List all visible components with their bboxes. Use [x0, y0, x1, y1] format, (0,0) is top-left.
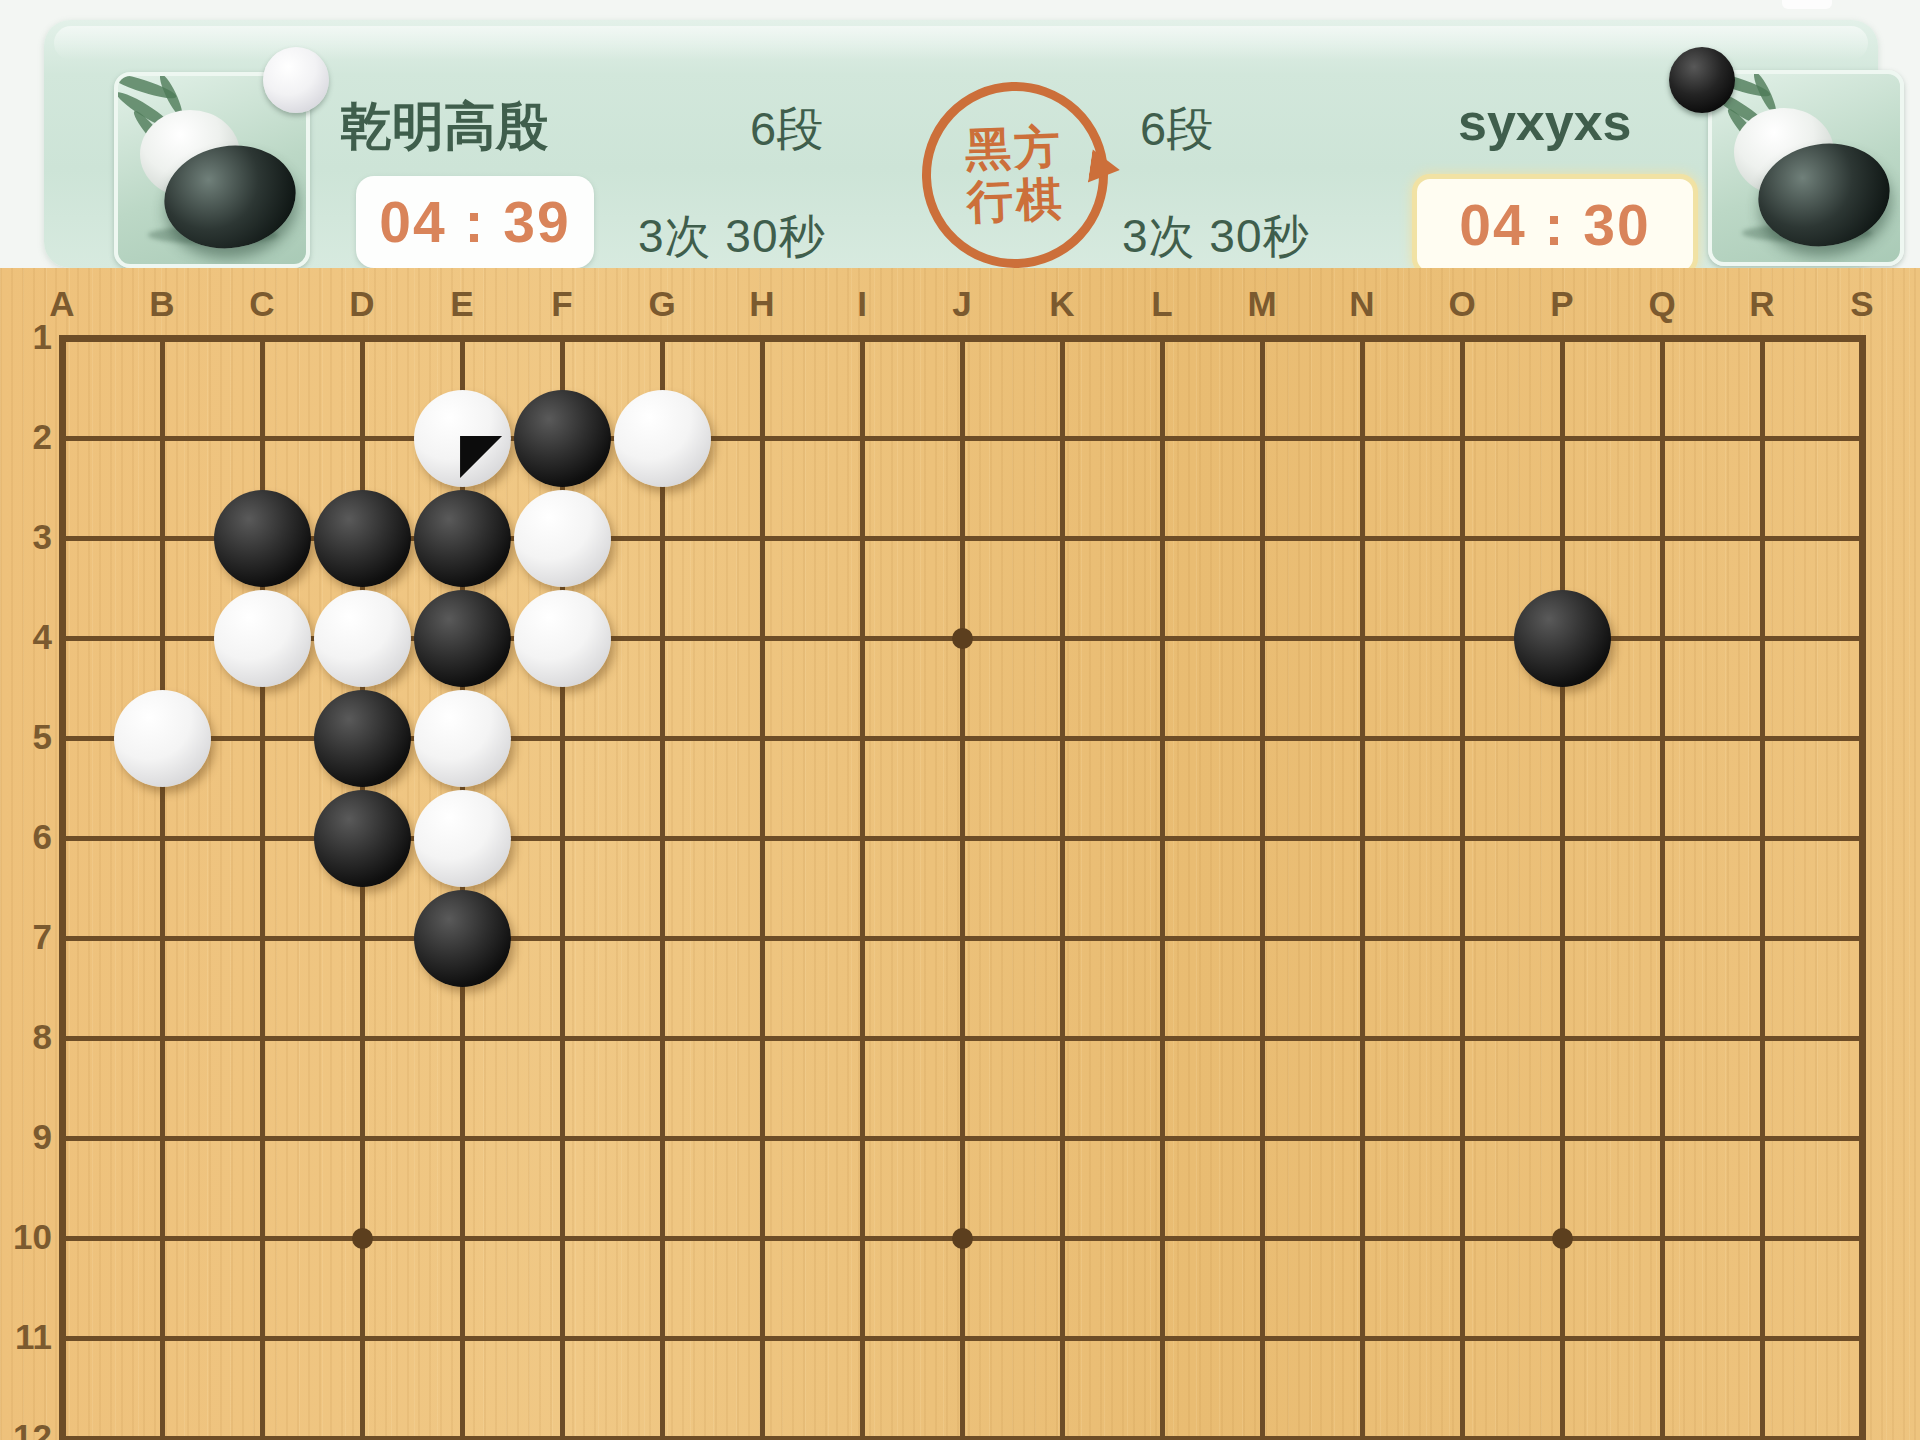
stone-black-E3: [414, 490, 511, 587]
stone-black-D6: [314, 790, 411, 887]
col-label-N: N: [1337, 284, 1387, 324]
grid-vline: [160, 335, 165, 1440]
row-label-3: 3: [4, 517, 52, 557]
go-board[interactable]: ABCDEFGHIJKLMNOPQRS123456789101112: [0, 268, 1920, 1440]
right-player-timer: 04 : 30: [1412, 174, 1698, 276]
col-label-E: E: [437, 284, 487, 324]
cutoff-top-button[interactable]: [1782, 0, 1832, 9]
stone-black-C3: [214, 490, 311, 587]
right-player-byoyomi: 3次 30秒: [1122, 206, 1310, 268]
star-point-D10: [352, 1228, 373, 1249]
row-label-8: 8: [4, 1017, 52, 1057]
row-label-10: 10: [4, 1217, 52, 1257]
grid-vline: [1660, 335, 1665, 1440]
col-label-O: O: [1437, 284, 1487, 324]
col-label-C: C: [237, 284, 287, 324]
stone-white-D4: [314, 590, 411, 687]
stone-white-E5: [414, 690, 511, 787]
grid-vline: [1460, 335, 1465, 1440]
col-label-I: I: [837, 284, 887, 324]
col-label-K: K: [1037, 284, 1087, 324]
right-player-name: syxyxs: [1458, 92, 1632, 152]
last-move-marker-icon: [460, 436, 502, 478]
col-label-M: M: [1237, 284, 1287, 324]
turn-indicator-seal: 黑方 行棋: [919, 79, 1111, 271]
left-player-name: 乾明高殷: [340, 92, 548, 162]
col-label-D: D: [337, 284, 387, 324]
col-label-J: J: [937, 284, 987, 324]
seal-line1: 黑方: [964, 122, 1064, 177]
star-point-J10: [952, 1228, 973, 1249]
left-player-byoyomi: 3次 30秒: [638, 206, 826, 268]
grid-vline: [1260, 335, 1265, 1440]
grid-hline: [59, 1336, 1865, 1341]
grid-vline: [1060, 335, 1065, 1440]
right-player-color-stone-black: [1669, 47, 1735, 113]
stone-white-C4: [214, 590, 311, 687]
grid-vline: [1859, 335, 1866, 1440]
row-label-12: 12: [4, 1417, 52, 1440]
left-player-rank: 6段: [750, 98, 823, 161]
stone-white-E6: [414, 790, 511, 887]
go-app-screen: 乾明高殷 04 : 39 6段 3次 30秒 黑方 行棋 6段 3次 30秒 0…: [0, 0, 1920, 1440]
stone-white-F3: [514, 490, 611, 587]
grid-vline: [1560, 335, 1565, 1440]
stone-black-F2: [514, 390, 611, 487]
match-header-panel: 乾明高殷 04 : 39 6段 3次 30秒 黑方 行棋 6段 3次 30秒 0…: [44, 20, 1878, 268]
left-player-color-stone-white: [263, 47, 329, 113]
row-label-7: 7: [4, 917, 52, 957]
seal-line2: 行棋: [966, 173, 1066, 228]
grid-vline: [1760, 335, 1765, 1440]
stone-black-P4: [1514, 590, 1611, 687]
col-label-F: F: [537, 284, 587, 324]
stone-black-E4: [414, 590, 511, 687]
star-point-P10: [1552, 1228, 1573, 1249]
stone-white-E2: [414, 390, 511, 487]
grid-vline: [660, 335, 665, 1440]
grid-vline: [1360, 335, 1365, 1440]
row-label-6: 6: [4, 817, 52, 857]
grid-vline: [59, 335, 66, 1440]
col-label-G: G: [637, 284, 687, 324]
grid-vline: [760, 335, 765, 1440]
grid-hline: [59, 335, 1865, 342]
row-label-5: 5: [4, 717, 52, 757]
grid-hline: [59, 1436, 1865, 1440]
grid-hline: [59, 436, 1865, 441]
col-label-R: R: [1737, 284, 1787, 324]
grid-hline: [59, 936, 1865, 941]
col-label-Q: Q: [1637, 284, 1687, 324]
row-label-9: 9: [4, 1117, 52, 1157]
row-label-2: 2: [4, 417, 52, 457]
left-player-timer: 04 : 39: [356, 176, 594, 268]
right-player-rank: 6段: [1140, 98, 1213, 161]
row-label-4: 4: [4, 617, 52, 657]
grid-vline: [960, 335, 965, 1440]
stone-white-F4: [514, 590, 611, 687]
stone-white-G2: [614, 390, 711, 487]
stone-black-D5: [314, 690, 411, 787]
stone-black-E7: [414, 890, 511, 987]
col-label-L: L: [1137, 284, 1187, 324]
stone-black-D3: [314, 490, 411, 587]
right-player-avatar[interactable]: [1708, 70, 1904, 266]
row-label-11: 11: [4, 1317, 52, 1357]
col-label-P: P: [1537, 284, 1587, 324]
row-label-1: 1: [4, 317, 52, 357]
star-point-J4: [952, 628, 973, 649]
col-label-S: S: [1837, 284, 1887, 324]
grid-hline: [59, 1136, 1865, 1141]
col-label-H: H: [737, 284, 787, 324]
grid-vline: [860, 335, 865, 1440]
stone-white-B5: [114, 690, 211, 787]
grid-hline: [59, 1036, 1865, 1041]
grid-vline: [1160, 335, 1165, 1440]
col-label-B: B: [137, 284, 187, 324]
